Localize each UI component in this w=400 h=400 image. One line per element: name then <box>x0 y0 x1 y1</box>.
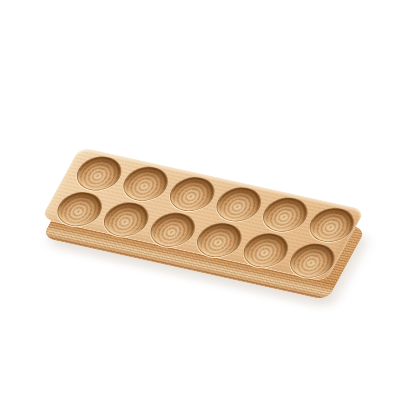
photo-canvas <box>0 0 400 400</box>
pit-n4[interactable] <box>209 183 268 225</box>
pit-n5[interactable] <box>256 194 315 236</box>
pit-n2[interactable] <box>116 163 175 205</box>
pit-n3[interactable] <box>163 173 222 215</box>
pit-n1[interactable] <box>70 152 129 194</box>
